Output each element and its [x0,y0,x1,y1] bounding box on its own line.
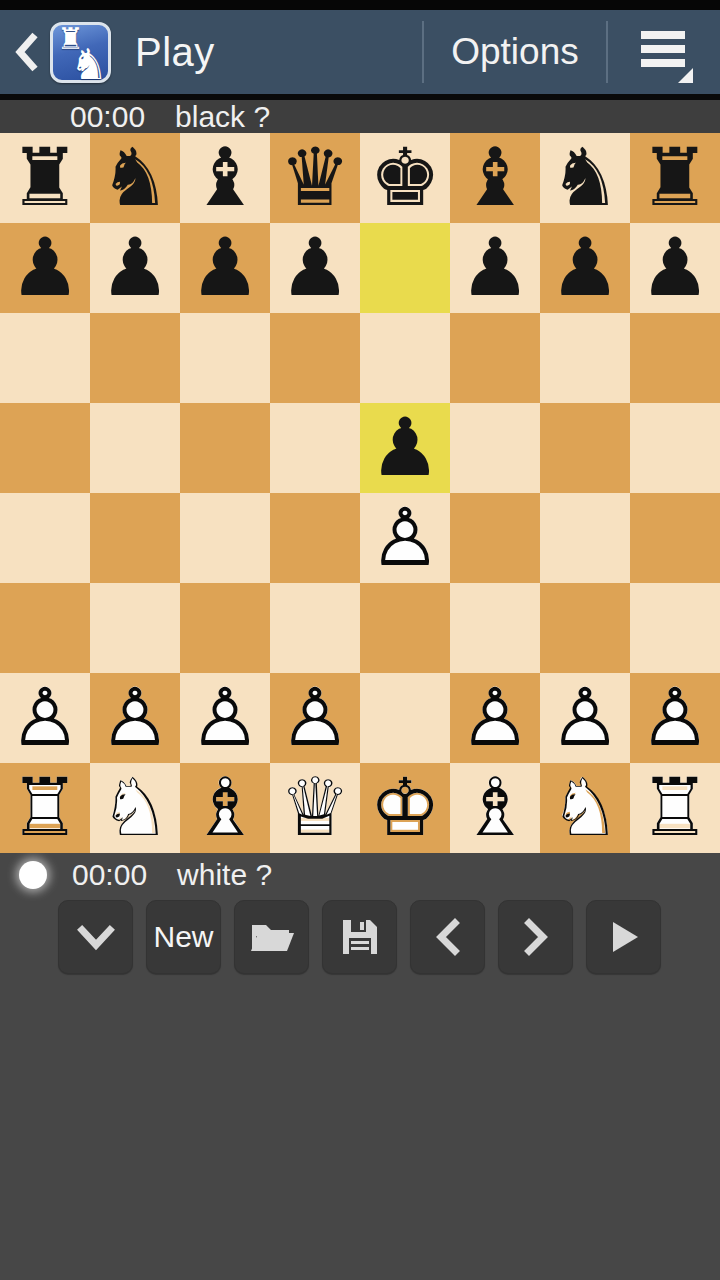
square-d8[interactable]: ♛ [270,133,360,223]
chevron-left-icon [13,30,41,74]
white-queen: ♛♕ [270,763,360,853]
square-e4[interactable]: ♟♙ [360,493,450,583]
play-icon [606,918,642,956]
square-c3[interactable] [180,583,270,673]
white-rook: ♜♖ [0,763,90,853]
square-h6[interactable] [630,313,720,403]
chess-board[interactable]: ♜♞♝♛♚♝♞♜♟♟♟♟♟♟♟♟♟♙♟♙♟♙♟♙♟♙♟♙♟♙♟♙♜♖♞♘♝♗♛♕… [0,133,720,853]
white-clock-bar: 00:00 white ? [0,853,720,897]
white-pawn: ♟♙ [0,673,90,763]
square-g2[interactable]: ♟♙ [540,673,630,763]
square-g6[interactable] [540,313,630,403]
square-f6[interactable] [450,313,540,403]
square-h1[interactable]: ♜♖ [630,763,720,853]
chevron-left-icon [433,917,463,957]
square-e2[interactable] [360,673,450,763]
square-b4[interactable] [90,493,180,583]
black-pawn: ♟ [0,223,90,313]
white-knight: ♞♘ [540,763,630,853]
square-c7[interactable]: ♟ [180,223,270,313]
turn-indicator-icon [19,861,47,889]
square-e3[interactable] [360,583,450,673]
square-h3[interactable] [630,583,720,673]
page-title: Play [135,30,215,75]
black-pawn: ♟ [90,223,180,313]
white-pawn: ♟♙ [450,673,540,763]
chevron-right-icon [521,917,551,957]
square-d2[interactable]: ♟♙ [270,673,360,763]
black-pawn: ♟ [630,223,720,313]
black-pawn: ♟ [450,223,540,313]
square-f7[interactable]: ♟ [450,223,540,313]
square-c6[interactable] [180,313,270,403]
square-g4[interactable] [540,493,630,583]
next-move-button[interactable] [498,900,573,974]
black-pawn: ♟ [270,223,360,313]
square-a1[interactable]: ♜♖ [0,763,90,853]
square-b1[interactable]: ♞♘ [90,763,180,853]
square-c4[interactable] [180,493,270,583]
status-strip [0,0,720,10]
open-game-button[interactable] [234,900,309,974]
bottom-panel: 00:00 white ? New [0,853,720,1280]
new-game-label: New [153,920,213,954]
square-g7[interactable]: ♟ [540,223,630,313]
black-king: ♚ [360,133,450,223]
square-d1[interactable]: ♛♕ [270,763,360,853]
white-knight: ♞♘ [90,763,180,853]
black-pawn: ♟ [180,223,270,313]
white-pawn: ♟♙ [90,673,180,763]
square-f3[interactable] [450,583,540,673]
square-d6[interactable] [270,313,360,403]
square-f5[interactable] [450,403,540,493]
app-logo-icon[interactable]: ♜ ♞ [50,22,111,83]
square-g8[interactable]: ♞ [540,133,630,223]
white-pawn: ♟♙ [180,673,270,763]
square-c8[interactable]: ♝ [180,133,270,223]
square-g5[interactable] [540,403,630,493]
square-b8[interactable]: ♞ [90,133,180,223]
black-knight: ♞ [540,133,630,223]
prev-move-button[interactable] [410,900,485,974]
black-pawn: ♟ [540,223,630,313]
square-b7[interactable]: ♟ [90,223,180,313]
square-d3[interactable] [270,583,360,673]
square-h5[interactable] [630,403,720,493]
save-game-button[interactable] [322,900,397,974]
black-queen: ♛ [270,133,360,223]
square-c5[interactable] [180,403,270,493]
black-knight: ♞ [90,133,180,223]
white-rook: ♜♖ [630,763,720,853]
square-d5[interactable] [270,403,360,493]
square-b5[interactable] [90,403,180,493]
white-bishop: ♝♗ [450,763,540,853]
white-pawn: ♟♙ [360,493,450,583]
app-screen: ♜ ♞ Play Options 00:00 black ? ♜♞♝♛♚♝♞♜♟… [0,0,720,1280]
top-bar: ♜ ♞ Play Options [0,10,720,94]
square-b3[interactable] [90,583,180,673]
black-clock-bar: 00:00 black ? [0,100,720,133]
square-g3[interactable] [540,583,630,673]
white-pawn: ♟♙ [630,673,720,763]
game-toolbar: New [0,900,720,974]
collapse-button[interactable] [58,900,133,974]
white-pawn: ♟♙ [540,673,630,763]
black-pawn: ♟ [360,403,450,493]
black-bishop: ♝ [180,133,270,223]
back-button[interactable] [4,10,50,94]
folder-open-icon [248,918,296,956]
black-player-label: black ? [175,100,270,134]
black-rook: ♜ [630,133,720,223]
square-a6[interactable] [0,313,90,403]
square-e8[interactable]: ♚ [360,133,450,223]
square-b2[interactable]: ♟♙ [90,673,180,763]
white-king: ♚♔ [360,763,450,853]
square-a8[interactable]: ♜ [0,133,90,223]
save-icon [340,917,380,957]
black-rook: ♜ [0,133,90,223]
hamburger-menu-icon [641,31,687,73]
square-e1[interactable]: ♚♔ [360,763,450,853]
square-a4[interactable] [0,493,90,583]
square-h8[interactable]: ♜ [630,133,720,223]
square-d7[interactable]: ♟ [270,223,360,313]
square-a7[interactable]: ♟ [0,223,90,313]
black-bishop: ♝ [450,133,540,223]
square-f2[interactable]: ♟♙ [450,673,540,763]
square-f4[interactable] [450,493,540,583]
square-f8[interactable]: ♝ [450,133,540,223]
square-a3[interactable] [0,583,90,673]
menu-button[interactable] [608,10,720,94]
square-e6[interactable] [360,313,450,403]
black-clock-time: 00:00 [70,100,145,134]
square-f1[interactable]: ♝♗ [450,763,540,853]
engine-play-button[interactable] [586,900,661,974]
square-e5[interactable]: ♟ [360,403,450,493]
square-a5[interactable] [0,403,90,493]
white-pawn: ♟♙ [270,673,360,763]
logo-knight-icon: ♞ [70,44,108,86]
new-game-button[interactable]: New [146,900,221,974]
square-d4[interactable] [270,493,360,583]
white-player-label: white ? [177,858,272,892]
white-clock-time: 00:00 [72,858,147,892]
square-e7[interactable] [360,223,450,313]
options-button[interactable]: Options [424,10,606,94]
square-c2[interactable]: ♟♙ [180,673,270,763]
square-b6[interactable] [90,313,180,403]
square-h7[interactable]: ♟ [630,223,720,313]
square-g1[interactable]: ♞♘ [540,763,630,853]
square-h4[interactable] [630,493,720,583]
white-bishop: ♝♗ [180,763,270,853]
square-c1[interactable]: ♝♗ [180,763,270,853]
chevron-down-icon [76,922,116,952]
square-h2[interactable]: ♟♙ [630,673,720,763]
square-a2[interactable]: ♟♙ [0,673,90,763]
